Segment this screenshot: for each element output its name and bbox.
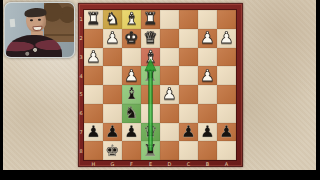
square-e7[interactable]: ♛	[141, 123, 160, 142]
piece-black-king-g8[interactable]: ♚	[105, 143, 119, 159]
square-g1[interactable]: ♞	[103, 10, 122, 29]
webcam-overlay	[4, 2, 75, 58]
piece-white-pawn-d5[interactable]: ♟	[162, 86, 176, 102]
piece-white-pawn-b2[interactable]: ♟	[200, 30, 214, 46]
square-f8[interactable]	[122, 141, 141, 160]
piece-white-pawn-f4[interactable]: ♟	[124, 68, 138, 84]
piece-white-queen-e2[interactable]: ♛	[143, 30, 157, 46]
square-g6[interactable]	[103, 104, 122, 123]
square-d2[interactable]	[160, 29, 179, 48]
piece-white-bishop-f1[interactable]: ♝	[124, 11, 138, 27]
square-e8[interactable]: ♜	[141, 141, 160, 160]
presenter-eye-left	[30, 19, 33, 21]
piece-white-pawn-h3[interactable]: ♟	[86, 49, 100, 65]
piece-black-pawn-g7[interactable]: ♟	[105, 124, 119, 140]
piece-black-pawn-f7[interactable]: ♟	[124, 124, 138, 140]
file-label-h: H	[84, 160, 103, 167]
square-d3[interactable]	[160, 48, 179, 67]
square-a6[interactable]	[217, 104, 236, 123]
square-f2[interactable]: ♚	[122, 29, 141, 48]
file-label-a: A	[217, 160, 236, 167]
square-a2[interactable]: ♟	[217, 29, 236, 48]
square-b7[interactable]: ♟	[198, 123, 217, 142]
piece-black-pawn-b7[interactable]: ♟	[200, 124, 214, 140]
square-f7[interactable]: ♟	[122, 123, 141, 142]
square-g5[interactable]	[103, 85, 122, 104]
piece-black-rook-e4[interactable]: ♜	[143, 68, 157, 84]
square-a8[interactable]	[217, 141, 236, 160]
presenter-hair	[24, 7, 47, 18]
square-a3[interactable]	[217, 48, 236, 67]
square-g7[interactable]: ♟	[103, 123, 122, 142]
presenter-face	[25, 8, 47, 32]
square-c8[interactable]	[179, 141, 198, 160]
board-grid: ♜♞♝♜♟♚♛♟♟♟♝♟♜♟♝♟♞♟♟♟♛♟♟♟♚♜	[84, 10, 236, 160]
square-c7[interactable]: ♟	[179, 123, 198, 142]
square-e4[interactable]: ♜	[141, 66, 160, 85]
square-b6[interactable]	[198, 104, 217, 123]
square-h6[interactable]	[84, 104, 103, 123]
piece-black-pawn-a7[interactable]: ♟	[219, 124, 233, 140]
square-g4[interactable]	[103, 66, 122, 85]
square-c1[interactable]	[179, 10, 198, 29]
square-d7[interactable]	[160, 123, 179, 142]
square-f1[interactable]: ♝	[122, 10, 141, 29]
piece-white-bishop-e3[interactable]: ♝	[143, 49, 157, 65]
square-g3[interactable]	[103, 48, 122, 67]
piece-black-queen-e7[interactable]: ♛	[143, 124, 157, 140]
square-h3[interactable]: ♟	[84, 48, 103, 67]
webcam-shelf-line	[44, 34, 74, 36]
square-d8[interactable]	[160, 141, 179, 160]
square-b1[interactable]	[198, 10, 217, 29]
video-frame: 12345678 ♜♞♝♜♟♚♛♟♟♟♝♟♜♟♝♟♞♟♟♟♛♟♟♟♚♜ HGFE…	[0, 0, 320, 180]
square-h7[interactable]: ♟	[84, 123, 103, 142]
file-label-g: G	[103, 160, 122, 167]
piece-black-pawn-c7[interactable]: ♟	[181, 124, 195, 140]
piece-white-king-f2[interactable]: ♚	[124, 30, 138, 46]
file-label-f: F	[122, 160, 141, 167]
square-c2[interactable]	[179, 29, 198, 48]
square-a7[interactable]: ♟	[217, 123, 236, 142]
square-h5[interactable]	[84, 85, 103, 104]
chess-board-frame: 12345678 ♜♞♝♜♟♚♛♟♟♟♝♟♜♟♝♟♞♟♟♟♛♟♟♟♚♜ HGFE…	[78, 3, 243, 167]
piece-white-pawn-g2[interactable]: ♟	[105, 30, 119, 46]
square-b3[interactable]	[198, 48, 217, 67]
piece-white-rook-e1[interactable]: ♜	[143, 11, 157, 27]
square-f5[interactable]: ♝	[122, 85, 141, 104]
square-d6[interactable]	[160, 104, 179, 123]
file-label-c: C	[179, 160, 198, 167]
piece-black-bishop-f5[interactable]: ♝	[124, 86, 138, 102]
square-e5[interactable]	[141, 85, 160, 104]
piece-white-knight-g1[interactable]: ♞	[105, 11, 119, 27]
square-b4[interactable]: ♟	[198, 66, 217, 85]
piece-black-rook-e8[interactable]: ♜	[143, 143, 157, 159]
square-a4[interactable]	[217, 66, 236, 85]
square-c4[interactable]	[179, 66, 198, 85]
square-e3[interactable]: ♝	[141, 48, 160, 67]
square-h2[interactable]	[84, 29, 103, 48]
square-b2[interactable]: ♟	[198, 29, 217, 48]
file-labels: HGFEDCBA	[84, 160, 236, 167]
square-d4[interactable]	[160, 66, 179, 85]
square-c6[interactable]	[179, 104, 198, 123]
square-h1[interactable]: ♜	[84, 10, 103, 29]
square-a1[interactable]	[217, 10, 236, 29]
file-label-b: B	[198, 160, 217, 167]
webcam-wall-paper	[9, 19, 15, 27]
square-h4[interactable]	[84, 66, 103, 85]
square-f6[interactable]: ♞	[122, 104, 141, 123]
file-label-e: E	[141, 160, 160, 167]
square-c5[interactable]	[179, 85, 198, 104]
presenter-eye-right	[38, 19, 41, 21]
square-a5[interactable]	[217, 85, 236, 104]
square-g2[interactable]: ♟	[103, 29, 122, 48]
piece-black-knight-f6[interactable]: ♞	[124, 105, 138, 121]
file-label-d: D	[160, 160, 179, 167]
square-d1[interactable]	[160, 10, 179, 29]
piece-white-rook-h1[interactable]: ♜	[86, 11, 100, 27]
square-f3[interactable]	[122, 48, 141, 67]
square-e1[interactable]: ♜	[141, 10, 160, 29]
square-c3[interactable]	[179, 48, 198, 67]
square-f4[interactable]: ♟	[122, 66, 141, 85]
presenter-mouth	[32, 25, 42, 31]
square-b8[interactable]	[198, 141, 217, 160]
square-e2[interactable]: ♛	[141, 29, 160, 48]
piece-white-pawn-a2[interactable]: ♟	[219, 30, 233, 46]
square-h8[interactable]	[84, 141, 103, 160]
square-g8[interactable]: ♚	[103, 141, 122, 160]
square-e6[interactable]	[141, 104, 160, 123]
square-b5[interactable]	[198, 85, 217, 104]
piece-black-pawn-h7[interactable]: ♟	[86, 124, 100, 140]
square-d5[interactable]: ♟	[160, 85, 179, 104]
piece-white-pawn-b4[interactable]: ♟	[200, 68, 214, 84]
